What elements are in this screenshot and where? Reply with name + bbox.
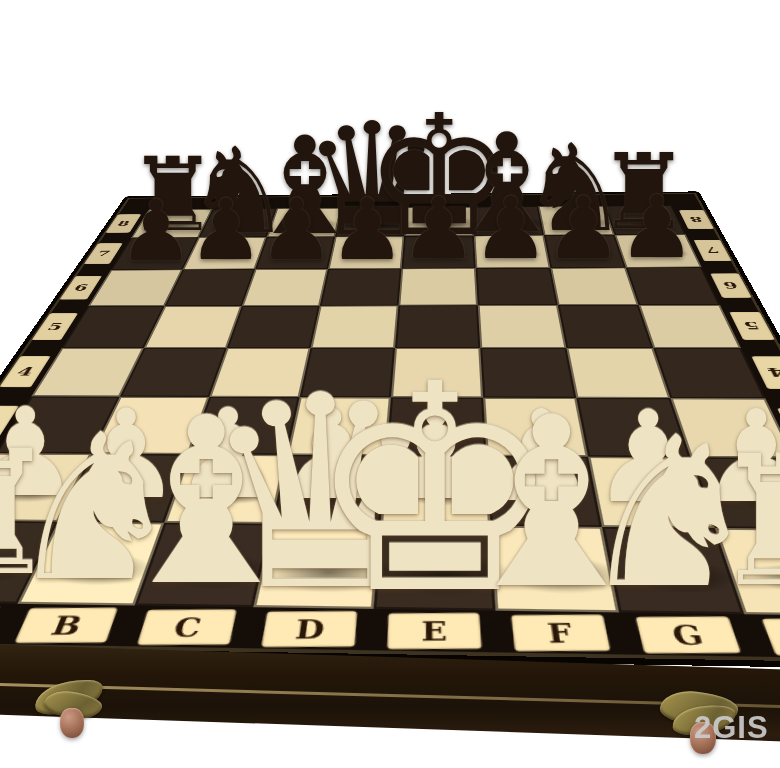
file-label-C: C: [137, 609, 237, 645]
square-e6: [398, 268, 477, 305]
square-f3: [483, 398, 588, 457]
latch-knob-icon: [60, 708, 84, 738]
square-g6: [550, 268, 638, 306]
square-g4: [566, 348, 670, 398]
square-c6: [242, 269, 328, 306]
square-h6: [626, 267, 720, 305]
rank-label-right-6: 6: [710, 273, 752, 297]
file-label-D: D: [261, 611, 357, 647]
file-label-B: B: [15, 608, 118, 643]
square-g5: [558, 305, 653, 348]
file-label-G: G: [635, 616, 741, 653]
file-label-H: H: [762, 618, 780, 655]
rank-label-right-7: 7: [694, 240, 732, 261]
square-c5: [227, 306, 320, 348]
square-h3: [670, 398, 780, 458]
square-f4: [480, 348, 576, 398]
rank-label-right-5: 5: [729, 312, 775, 340]
square-c3: [189, 397, 300, 455]
square-c4: [209, 348, 310, 397]
file-label-E: E: [387, 613, 481, 649]
square-e5: [395, 305, 480, 348]
watermark: 2GIS: [694, 710, 769, 746]
square-e3: [386, 397, 486, 456]
square-d5: [311, 306, 399, 348]
latch-left: [34, 680, 114, 740]
square-d4: [300, 348, 395, 397]
square-e4: [391, 348, 483, 398]
chess-set-photo: ABCDEFGH8877665544332211 ♜♞♝♛♚♝♞♜♟♟♟♟♟♟♟…: [0, 0, 780, 768]
file-label-A: A: [0, 606, 1, 641]
square-h4: [653, 348, 765, 398]
square-d6: [320, 269, 402, 306]
square-h5: [639, 305, 741, 348]
piece-shadow: [407, 485, 482, 506]
file-label-F: F: [511, 615, 610, 652]
square-f6: [476, 268, 558, 305]
square-f5: [478, 305, 567, 348]
rank-label-right-8: 8: [679, 210, 714, 229]
square-d3: [287, 397, 391, 455]
board-plane: ABCDEFGH8877665544332211: [0, 191, 780, 670]
